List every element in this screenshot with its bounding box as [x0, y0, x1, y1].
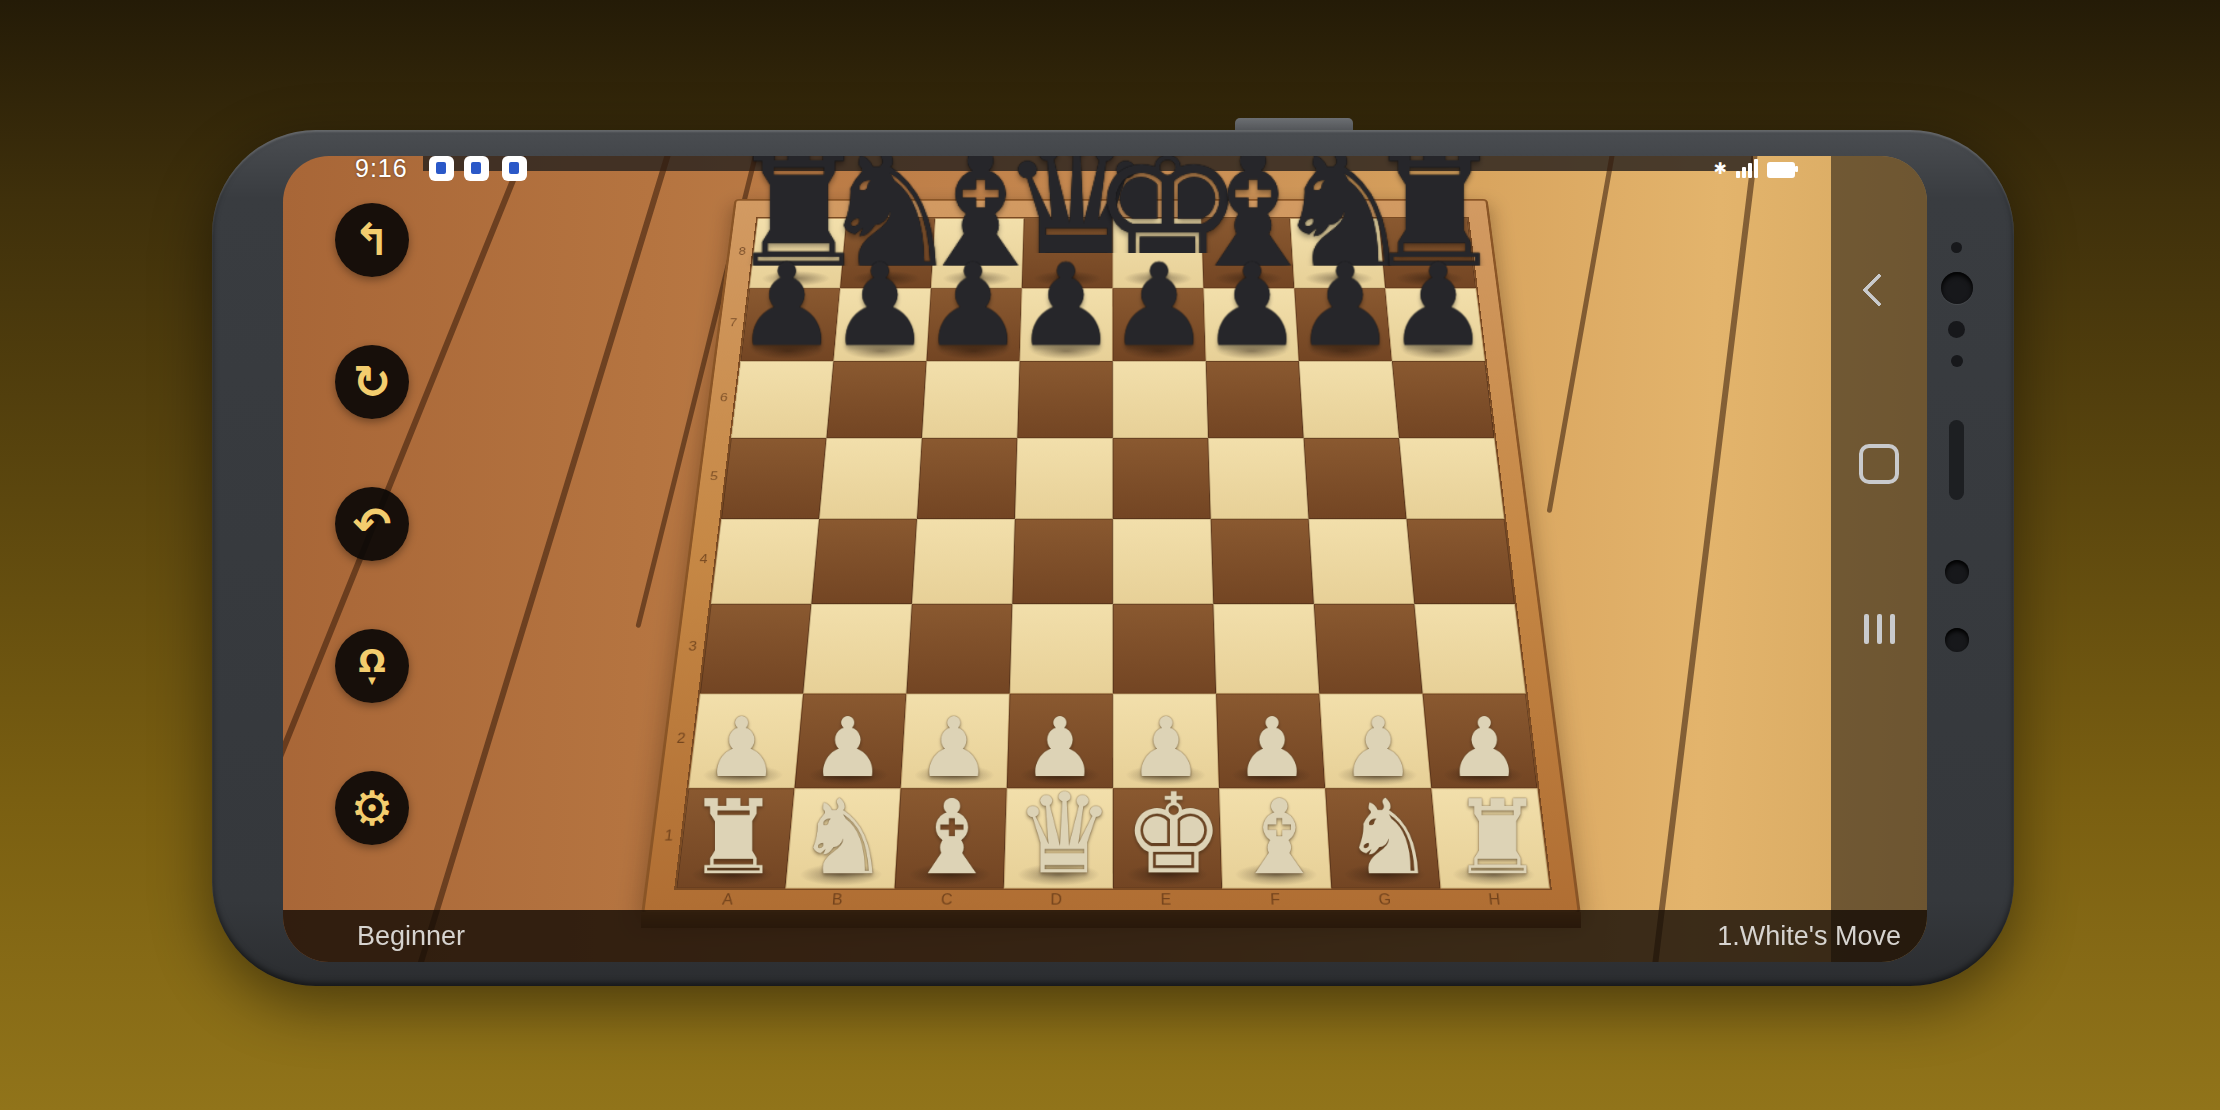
square-h1[interactable]: ♜: [1431, 788, 1549, 888]
earpiece-speaker: [1949, 420, 1964, 500]
square-a1[interactable]: ♜: [676, 788, 794, 888]
move-status: 1.White's Move: [1717, 921, 1901, 952]
sensor-dot: [1951, 355, 1963, 367]
difficulty-label: Beginner: [357, 921, 465, 952]
square-b4[interactable]: [811, 519, 917, 604]
piece-black-pawn[interactable]: ♟: [1376, 251, 1502, 359]
square-g1[interactable]: ♞: [1325, 788, 1440, 888]
piece-white-knight[interactable]: ♞: [796, 789, 883, 887]
bottom-hud: Beginner 1.White's Move: [283, 910, 1927, 962]
gear-icon: ⚙: [350, 784, 393, 832]
square-d5[interactable]: [1015, 438, 1113, 519]
square-e4[interactable]: [1113, 519, 1214, 604]
file-label-c: C: [891, 891, 1001, 908]
square-g2[interactable]: ♟: [1319, 694, 1431, 789]
sensor-dot: [1945, 628, 1969, 652]
chess-board-wrap: ♜♞♝♛♚♝♞♜♟♟♟♟♟♟♟♟♟♟♟♟♟♟♟♟♜♞♝♛♚♝♞♜ ABCDEFG…: [641, 200, 1581, 915]
back-button[interactable]: ↰: [335, 203, 409, 277]
square-c3[interactable]: [906, 604, 1012, 694]
square-f6[interactable]: [1206, 361, 1304, 438]
square-h2[interactable]: ♟: [1423, 694, 1538, 789]
square-e1[interactable]: ♚: [1113, 788, 1222, 888]
square-g6[interactable]: [1299, 361, 1399, 438]
sensor-dot: [1948, 321, 1965, 338]
square-f1[interactable]: ♝: [1219, 788, 1331, 888]
lightbulb-base-icon: ▼: [366, 674, 379, 687]
square-h7[interactable]: ♟: [1385, 288, 1485, 361]
piece-white-pawn[interactable]: ♟: [803, 709, 893, 787]
square-f5[interactable]: [1208, 438, 1308, 519]
square-d6[interactable]: [1017, 361, 1112, 438]
piece-white-pawn[interactable]: ♟: [697, 709, 787, 787]
square-b2[interactable]: ♟: [795, 694, 907, 789]
back-chevron-icon: [1862, 273, 1896, 307]
piece-white-pawn[interactable]: ♟: [1439, 709, 1529, 787]
square-g3[interactable]: [1314, 604, 1423, 694]
square-e3[interactable]: [1113, 604, 1216, 694]
square-e5[interactable]: [1113, 438, 1211, 519]
square-a5[interactable]: [721, 438, 826, 519]
front-camera: [1941, 272, 1973, 304]
piece-white-queen[interactable]: ♛: [1015, 781, 1102, 887]
undo-button[interactable]: ↶: [335, 487, 409, 561]
rotate-clockwise-icon: ↻: [353, 359, 392, 405]
file-label-g: G: [1330, 891, 1441, 908]
battery-icon: [1767, 162, 1795, 178]
square-d3[interactable]: [1010, 604, 1113, 694]
home-icon: [1859, 444, 1899, 484]
sensor-dot: [1945, 560, 1969, 584]
piece-white-pawn[interactable]: ♟: [1333, 709, 1423, 787]
piece-white-rook[interactable]: ♜: [687, 789, 774, 887]
square-c6[interactable]: [922, 361, 1020, 438]
square-a3[interactable]: [700, 604, 811, 694]
notification-icon: [464, 156, 489, 181]
wood-plank-gap: [1640, 156, 1762, 962]
file-label-f: F: [1220, 891, 1330, 908]
signal-bars-icon: [1736, 159, 1758, 178]
square-f4[interactable]: [1211, 519, 1314, 604]
nav-recents-button[interactable]: [1831, 614, 1927, 644]
piece-white-pawn[interactable]: ♟: [1227, 709, 1317, 787]
square-e6[interactable]: [1113, 361, 1208, 438]
undo-icon: ↶: [353, 501, 392, 547]
square-c5[interactable]: [917, 438, 1017, 519]
piece-white-bishop[interactable]: ♝: [1233, 789, 1320, 887]
file-label-d: D: [1001, 891, 1111, 908]
recents-icon: [1864, 614, 1869, 644]
square-a6[interactable]: [731, 361, 833, 438]
piece-white-bishop[interactable]: ♝: [906, 789, 993, 887]
square-c1[interactable]: ♝: [895, 788, 1007, 888]
alarm-icon: ✱: [1714, 160, 1727, 178]
back-icon: ↰: [354, 218, 391, 262]
wood-plank-gap: [390, 156, 682, 962]
square-b5[interactable]: [819, 438, 922, 519]
square-g4[interactable]: [1309, 519, 1415, 604]
square-h5[interactable]: [1399, 438, 1504, 519]
square-b6[interactable]: [826, 361, 926, 438]
android-nav-bar: [1831, 156, 1927, 962]
game-screen: 9:16 ✱ ♜♞♝♛♚♝♞♜♟♟♟♟♟♟♟♟♟♟♟♟♟♟♟♟♜♞♝♛♚♝♞♜ …: [283, 156, 1927, 962]
square-d4[interactable]: [1012, 519, 1112, 604]
notification-icon: [429, 156, 454, 181]
file-label-b: B: [782, 891, 893, 908]
settings-button[interactable]: ⚙: [335, 771, 409, 845]
square-h4[interactable]: [1406, 519, 1514, 604]
hint-button[interactable]: Ω ▼: [335, 629, 409, 703]
file-label-e: E: [1111, 891, 1221, 908]
square-d1[interactable]: ♛: [1004, 788, 1113, 888]
notification-icon: [502, 156, 527, 181]
square-b3[interactable]: [803, 604, 912, 694]
square-c2[interactable]: ♟: [901, 694, 1010, 789]
nav-back-button[interactable]: [1831, 278, 1927, 302]
square-h3[interactable]: [1414, 604, 1526, 694]
wood-plank-gap: [283, 156, 527, 962]
chess-board[interactable]: ♜♞♝♛♚♝♞♜♟♟♟♟♟♟♟♟♟♟♟♟♟♟♟♟♜♞♝♛♚♝♞♜ ABCDEFG…: [641, 199, 1581, 915]
piece-white-pawn[interactable]: ♟: [909, 709, 999, 787]
square-a4[interactable]: [711, 519, 819, 604]
status-time: 9:16: [355, 156, 408, 183]
file-label-a: A: [672, 891, 783, 908]
square-b1[interactable]: ♞: [785, 788, 900, 888]
nav-home-button[interactable]: [1831, 444, 1927, 484]
square-g5[interactable]: [1304, 438, 1407, 519]
sensor-dot: [1951, 242, 1962, 253]
square-f2[interactable]: ♟: [1216, 694, 1325, 789]
piece-white-rook[interactable]: ♜: [1451, 789, 1538, 887]
rotate-redo-button[interactable]: ↻: [335, 345, 409, 419]
square-f3[interactable]: [1213, 604, 1319, 694]
board-grid: ♜♞♝♛♚♝♞♜♟♟♟♟♟♟♟♟♟♟♟♟♟♟♟♟♜♞♝♛♚♝♞♜: [674, 217, 1552, 890]
square-h6[interactable]: [1392, 361, 1495, 438]
piece-white-king[interactable]: ♚: [1124, 781, 1211, 887]
square-a2[interactable]: ♟: [688, 694, 803, 789]
piece-white-knight[interactable]: ♞: [1342, 789, 1429, 887]
file-label-h: H: [1439, 891, 1550, 908]
square-c4[interactable]: [912, 519, 1015, 604]
